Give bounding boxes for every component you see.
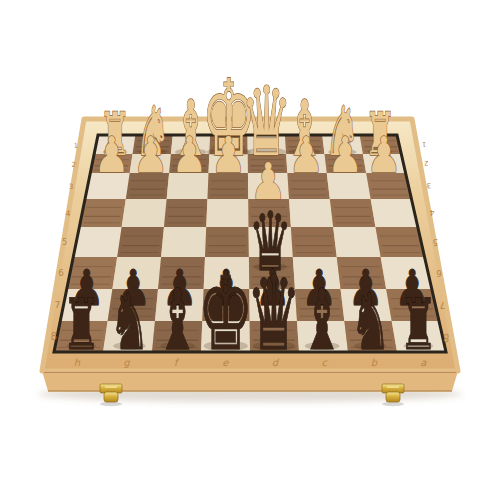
piece-black-rook-a8[interactable]: ♜ [399, 284, 437, 366]
piece-white-pawn-f2[interactable]: ♟ [172, 127, 207, 184]
rank-label-right-1: 1 [422, 140, 426, 148]
rank-label-left-3: 3 [69, 182, 74, 191]
piece-white-pawn-e2[interactable]: ♟ [211, 127, 246, 184]
rank-label-right-2: 2 [424, 159, 428, 167]
rank-label-left-7: 7 [54, 299, 60, 310]
rank-label-left-1: 1 [74, 142, 78, 150]
piece-black-queen-d8[interactable]: ♛ [246, 253, 301, 373]
piece-white-pawn-h2[interactable]: ♟ [94, 127, 129, 184]
rank-label-right-3: 3 [426, 181, 431, 190]
rank-label-left-6: 6 [58, 268, 64, 278]
rank-label-right-7: 7 [440, 300, 446, 311]
piece-white-pawn-a2[interactable]: ♟ [366, 127, 401, 184]
square-a4[interactable] [371, 199, 418, 227]
square-h5[interactable] [73, 227, 121, 257]
piece-white-pawn-c2[interactable]: ♟ [289, 127, 324, 184]
rank-label-right-4: 4 [430, 208, 435, 217]
piece-black-knight-b8[interactable]: ♞ [350, 277, 391, 368]
piece-white-pawn-g2[interactable]: ♟ [133, 127, 168, 184]
square-b5[interactable] [333, 227, 380, 257]
rank-label-left-2: 2 [71, 161, 75, 169]
rank-label-left-5: 5 [62, 237, 67, 247]
piece-black-bishop-f8[interactable]: ♝ [156, 271, 200, 369]
piece-black-king-e8[interactable]: ♚ [198, 250, 254, 375]
square-c4[interactable] [289, 199, 333, 227]
piece-black-bishop-c8[interactable]: ♝ [300, 271, 344, 369]
rank-label-left-4: 4 [65, 209, 70, 218]
rank-label-right-6: 6 [436, 268, 442, 278]
piece-white-pawn-b2[interactable]: ♟ [327, 127, 362, 184]
rank-label-right-5: 5 [433, 237, 438, 247]
chessboard: 1234567812345678hgfedcba♜♞♝♚♛♝♞♜♟♟♟♟♟♟♟♟… [0, 0, 500, 500]
square-g4[interactable] [122, 199, 167, 227]
rank-label-left-8: 8 [51, 331, 57, 342]
piece-black-knight-g8[interactable]: ♞ [109, 277, 150, 368]
product-photo-scene: 1234567812345678hgfedcba♜♞♝♚♛♝♞♜♟♟♟♟♟♟♟♟… [0, 0, 500, 500]
rank-label-right-8: 8 [443, 332, 449, 343]
piece-black-rook-h8[interactable]: ♜ [62, 284, 100, 366]
square-e4[interactable] [206, 199, 248, 227]
